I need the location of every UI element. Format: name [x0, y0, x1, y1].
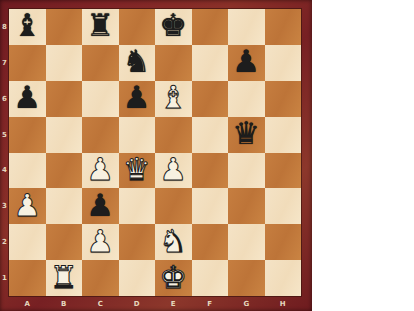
file-label-a: A	[9, 296, 46, 311]
square-a8[interactable]: ♝	[9, 9, 46, 45]
rank-label-1: 1	[0, 260, 9, 296]
white-pawn[interactable]: ♟	[159, 154, 187, 185]
rank-label-5: 5	[0, 117, 9, 153]
square-f8[interactable]	[192, 9, 229, 45]
chess-board-frame: 87654321 ♝♜♚♞♟♟♟♝♛♟♛♟♟♟♟♞♜♚ ABCDEFGH	[0, 0, 312, 311]
white-pawn[interactable]: ♟	[13, 190, 41, 221]
square-c6[interactable]	[82, 81, 119, 117]
square-h8[interactable]	[265, 9, 302, 45]
square-e4[interactable]: ♟	[155, 153, 192, 189]
square-c8[interactable]: ♜	[82, 9, 119, 45]
square-d8[interactable]	[119, 9, 156, 45]
square-d4[interactable]: ♛	[119, 153, 156, 189]
rank-labels: 87654321	[0, 9, 9, 296]
square-d1[interactable]	[119, 260, 156, 296]
rank-label-4: 4	[0, 153, 9, 189]
square-h4[interactable]	[265, 153, 302, 189]
white-pawn[interactable]: ♟	[86, 154, 114, 185]
square-b7[interactable]	[46, 45, 83, 81]
square-c7[interactable]	[82, 45, 119, 81]
square-c1[interactable]	[82, 260, 119, 296]
square-e3[interactable]	[155, 188, 192, 224]
white-rook[interactable]: ♜	[50, 262, 78, 293]
square-a1[interactable]	[9, 260, 46, 296]
white-bishop[interactable]: ♝	[159, 82, 187, 113]
square-a2[interactable]	[9, 224, 46, 260]
square-e5[interactable]	[155, 117, 192, 153]
square-e2[interactable]: ♞	[155, 224, 192, 260]
square-b8[interactable]	[46, 9, 83, 45]
square-g3[interactable]	[228, 188, 265, 224]
square-a7[interactable]	[9, 45, 46, 81]
square-f4[interactable]	[192, 153, 229, 189]
black-queen[interactable]: ♛	[232, 118, 260, 149]
square-b2[interactable]	[46, 224, 83, 260]
square-f2[interactable]	[192, 224, 229, 260]
screenshot-root: 87654321 ♝♜♚♞♟♟♟♝♛♟♛♟♟♟♟♞♜♚ ABCDEFGH	[0, 0, 414, 311]
file-label-d: D	[119, 296, 156, 311]
square-g7[interactable]: ♟	[228, 45, 265, 81]
square-c5[interactable]	[82, 117, 119, 153]
square-h2[interactable]	[265, 224, 302, 260]
white-pawn[interactable]: ♟	[86, 226, 114, 257]
rank-label-7: 7	[0, 45, 9, 81]
square-h1[interactable]	[265, 260, 302, 296]
square-f7[interactable]	[192, 45, 229, 81]
chess-board[interactable]: ♝♜♚♞♟♟♟♝♛♟♛♟♟♟♟♞♜♚	[9, 9, 301, 296]
square-a5[interactable]	[9, 117, 46, 153]
black-pawn[interactable]: ♟	[13, 82, 41, 113]
square-b1[interactable]: ♜	[46, 260, 83, 296]
black-pawn[interactable]: ♟	[123, 82, 151, 113]
file-labels: ABCDEFGH	[9, 296, 301, 311]
white-queen[interactable]: ♛	[123, 154, 151, 185]
black-bishop[interactable]: ♝	[13, 10, 41, 41]
square-b4[interactable]	[46, 153, 83, 189]
square-b5[interactable]	[46, 117, 83, 153]
black-king[interactable]: ♚	[159, 10, 187, 41]
square-h5[interactable]	[265, 117, 302, 153]
square-g2[interactable]	[228, 224, 265, 260]
white-knight[interactable]: ♞	[159, 226, 187, 257]
square-g1[interactable]	[228, 260, 265, 296]
square-d5[interactable]	[119, 117, 156, 153]
file-label-e: E	[155, 296, 192, 311]
rank-label-3: 3	[0, 188, 9, 224]
square-d3[interactable]	[119, 188, 156, 224]
square-c3[interactable]: ♟	[82, 188, 119, 224]
square-b6[interactable]	[46, 81, 83, 117]
file-label-b: B	[46, 296, 83, 311]
square-h6[interactable]	[265, 81, 302, 117]
square-a4[interactable]	[9, 153, 46, 189]
square-f1[interactable]	[192, 260, 229, 296]
black-pawn[interactable]: ♟	[232, 46, 260, 77]
square-g5[interactable]: ♛	[228, 117, 265, 153]
rank-label-8: 8	[0, 9, 9, 45]
square-h7[interactable]	[265, 45, 302, 81]
square-g6[interactable]	[228, 81, 265, 117]
square-d7[interactable]: ♞	[119, 45, 156, 81]
rank-label-6: 6	[0, 81, 9, 117]
square-f6[interactable]	[192, 81, 229, 117]
square-e8[interactable]: ♚	[155, 9, 192, 45]
square-b3[interactable]	[46, 188, 83, 224]
black-rook[interactable]: ♜	[86, 10, 114, 41]
file-label-c: C	[82, 296, 119, 311]
square-g8[interactable]	[228, 9, 265, 45]
square-c2[interactable]: ♟	[82, 224, 119, 260]
black-pawn[interactable]: ♟	[86, 190, 114, 221]
square-a3[interactable]: ♟	[9, 188, 46, 224]
square-f3[interactable]	[192, 188, 229, 224]
square-e1[interactable]: ♚	[155, 260, 192, 296]
square-d2[interactable]	[119, 224, 156, 260]
square-e6[interactable]: ♝	[155, 81, 192, 117]
black-knight[interactable]: ♞	[123, 46, 151, 77]
square-e7[interactable]	[155, 45, 192, 81]
file-label-g: G	[228, 296, 265, 311]
file-label-h: H	[265, 296, 302, 311]
rank-label-2: 2	[0, 224, 9, 260]
white-king[interactable]: ♚	[159, 262, 187, 293]
square-h3[interactable]	[265, 188, 302, 224]
square-f5[interactable]	[192, 117, 229, 153]
square-a6[interactable]: ♟	[9, 81, 46, 117]
square-d6[interactable]: ♟	[119, 81, 156, 117]
square-c4[interactable]: ♟	[82, 153, 119, 189]
square-g4[interactable]	[228, 153, 265, 189]
file-label-f: F	[192, 296, 229, 311]
